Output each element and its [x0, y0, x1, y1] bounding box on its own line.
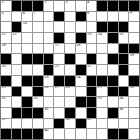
white-cell-r10c9[interactable]	[97, 108, 107, 118]
clue-number-5: 5	[1, 12, 3, 16]
white-cell-r0c0[interactable]: 1	[1, 1, 11, 11]
white-cell-r11c10[interactable]	[108, 119, 118, 129]
white-cell-r0c7[interactable]	[76, 1, 86, 11]
white-cell-r9c11[interactable]: 34	[119, 97, 129, 107]
white-cell-r4c9[interactable]	[97, 44, 107, 54]
white-cell-r11c6[interactable]: 38	[65, 119, 75, 129]
black-cell-r9c7	[76, 97, 86, 107]
black-cell-r6c7	[76, 65, 86, 75]
black-cell-r10c10	[108, 108, 118, 118]
white-cell-r4c0[interactable]: 16	[1, 44, 11, 54]
black-cell-r12c1	[12, 129, 22, 139]
white-cell-r6c1[interactable]	[12, 65, 22, 75]
clue-number-10: 10	[23, 22, 27, 26]
white-cell-r2c4[interactable]	[44, 22, 54, 32]
black-cell-r7c5	[54, 76, 64, 86]
white-cell-r4c8[interactable]	[87, 44, 97, 54]
clue-number-13: 13	[87, 33, 91, 37]
white-cell-r9c9[interactable]: 33	[97, 97, 107, 107]
clue-number-40: 40	[44, 129, 48, 133]
white-cell-r10c5[interactable]	[54, 108, 64, 118]
white-cell-r11c1[interactable]	[12, 119, 22, 129]
black-cell-r5c4	[44, 54, 54, 64]
white-cell-r1c3[interactable]: 7	[33, 12, 43, 22]
white-cell-r2c7[interactable]	[76, 22, 86, 32]
white-cell-r6c5[interactable]: 21	[54, 65, 64, 75]
white-cell-r11c9[interactable]	[97, 119, 107, 129]
black-cell-r8c11	[119, 87, 129, 97]
white-cell-r8c6[interactable]: 28	[65, 87, 75, 97]
white-cell-r4c7[interactable]: 18	[76, 44, 86, 54]
white-cell-r2c5[interactable]	[54, 22, 64, 32]
white-cell-r8c0[interactable]: 25	[1, 87, 11, 97]
clue-number-27: 27	[55, 87, 59, 91]
black-cell-r4c11	[119, 44, 129, 54]
white-cell-r9c3[interactable]: 32	[33, 97, 43, 107]
white-cell-r0c4[interactable]: 2	[44, 1, 54, 11]
white-cell-r8c2[interactable]	[22, 87, 32, 97]
black-cell-r2c11	[119, 22, 129, 32]
white-cell-r5c1[interactable]	[12, 54, 22, 64]
white-cell-r3c2[interactable]	[22, 33, 32, 43]
black-cell-r11c7	[76, 119, 86, 129]
clue-number-1: 1	[1, 1, 3, 5]
black-cell-r0c11	[119, 1, 129, 11]
white-cell-r5c7[interactable]	[76, 54, 86, 64]
white-cell-r5c9[interactable]	[97, 54, 107, 64]
clue-number-25: 25	[1, 87, 5, 91]
black-cell-r9c8	[87, 97, 97, 107]
white-cell-r1c1[interactable]	[12, 12, 22, 22]
white-cell-r9c6[interactable]	[65, 97, 75, 107]
crossword-grid: 1234567891011121314151617181920212223242…	[0, 0, 140, 140]
white-cell-r2c8[interactable]	[87, 22, 97, 32]
clue-number-19: 19	[130, 54, 134, 58]
white-cell-r3c8[interactable]: 13	[87, 33, 97, 43]
clue-number-38: 38	[66, 119, 70, 123]
black-cell-r5c11	[119, 54, 129, 64]
white-cell-r7c4[interactable]: 23	[44, 76, 54, 86]
black-cell-r0c2	[22, 1, 32, 11]
black-cell-r7c10	[108, 76, 118, 86]
black-cell-r12c2	[22, 129, 32, 139]
clue-number-15: 15	[119, 33, 123, 37]
white-cell-r11c4[interactable]	[44, 119, 54, 129]
black-cell-r6c4	[44, 65, 54, 75]
white-cell-r11c2[interactable]	[22, 119, 32, 129]
clue-number-20: 20	[1, 65, 5, 69]
white-cell-r6c2[interactable]	[22, 65, 32, 75]
black-cell-r5c10	[108, 54, 118, 64]
white-cell-r1c12[interactable]: 9	[129, 12, 139, 22]
clue-number-28: 28	[66, 87, 70, 91]
black-cell-r8c8	[87, 87, 97, 97]
black-cell-r0c12	[129, 1, 139, 11]
white-cell-r4c5[interactable]: 17	[54, 44, 64, 54]
black-cell-r2c9	[97, 22, 107, 32]
white-cell-r2c3[interactable]	[33, 22, 43, 32]
white-cell-r10c0[interactable]	[1, 108, 11, 118]
clue-number-35: 35	[44, 108, 48, 112]
black-cell-r7c2	[22, 76, 32, 86]
black-cell-r10c1	[12, 108, 22, 118]
clue-number-39: 39	[87, 119, 91, 123]
clue-number-14: 14	[98, 33, 102, 37]
white-cell-r5c5[interactable]	[54, 54, 64, 64]
black-cell-r7c8	[87, 76, 97, 86]
white-cell-r6c12[interactable]	[129, 65, 139, 75]
white-cell-r0c5[interactable]	[54, 1, 64, 11]
black-cell-r12c11	[119, 129, 129, 139]
clue-number-4: 4	[87, 1, 89, 5]
white-cell-r6c10[interactable]	[108, 65, 118, 75]
clue-number-26: 26	[44, 87, 48, 91]
white-cell-r3c11[interactable]: 15	[119, 33, 129, 43]
white-cell-r6c9[interactable]	[97, 65, 107, 75]
white-cell-r2c0[interactable]	[1, 22, 11, 32]
black-cell-r1c5	[54, 12, 64, 22]
clue-number-31: 31	[1, 97, 5, 101]
clue-number-36: 36	[119, 108, 123, 112]
white-cell-r8c9[interactable]: 29	[97, 87, 107, 97]
black-cell-r12c10	[108, 129, 118, 139]
white-cell-r0c6[interactable]: 3	[65, 1, 75, 11]
clue-number-32: 32	[33, 97, 37, 101]
white-cell-r10c7[interactable]	[76, 108, 86, 118]
clue-number-33: 33	[98, 97, 102, 101]
white-cell-r12c6[interactable]	[65, 129, 75, 139]
clue-number-29: 29	[98, 87, 102, 91]
white-cell-r9c0[interactable]: 31	[1, 97, 11, 107]
black-cell-r7c6	[65, 76, 75, 86]
white-cell-r9c1[interactable]	[12, 97, 22, 107]
white-cell-r7c11[interactable]	[119, 76, 129, 86]
black-cell-r5c2	[22, 54, 32, 64]
black-cell-r10c3	[33, 108, 43, 118]
clue-number-3: 3	[66, 1, 68, 5]
white-cell-r12c4[interactable]: 40	[44, 129, 54, 139]
white-cell-r1c6[interactable]	[65, 12, 75, 22]
white-cell-r8c5[interactable]: 27	[54, 87, 64, 97]
white-cell-r10c11[interactable]: 36	[119, 108, 129, 118]
clue-number-17: 17	[55, 44, 59, 48]
white-cell-r1c0[interactable]: 5	[1, 12, 11, 22]
white-cell-r3c9[interactable]: 14	[97, 33, 107, 43]
white-cell-r4c2[interactable]	[22, 44, 32, 54]
white-cell-r3c6[interactable]	[65, 33, 75, 43]
white-cell-r4c4[interactable]	[44, 44, 54, 54]
white-cell-r2c6[interactable]	[65, 22, 75, 32]
white-cell-r7c7[interactable]: 24	[76, 76, 86, 86]
white-cell-r1c11[interactable]	[119, 12, 129, 22]
clue-number-7: 7	[33, 12, 35, 16]
clue-number-2: 2	[44, 1, 46, 5]
white-cell-r9c5[interactable]	[54, 97, 64, 107]
black-cell-r8c1	[12, 87, 22, 97]
white-cell-r1c9[interactable]	[97, 12, 107, 22]
white-cell-r4c10[interactable]	[108, 44, 118, 54]
black-cell-r3c5	[54, 33, 64, 43]
white-cell-r3c12[interactable]	[129, 33, 139, 43]
black-cell-r1c7	[76, 12, 86, 22]
black-cell-r2c10	[108, 22, 118, 32]
white-cell-r9c4[interactable]	[44, 97, 54, 107]
white-cell-r12c12[interactable]	[129, 129, 139, 139]
black-cell-r5c6	[65, 54, 75, 64]
black-cell-r12c3	[33, 129, 43, 139]
white-cell-r12c7[interactable]	[76, 129, 86, 139]
white-cell-r11c8[interactable]: 39	[87, 119, 97, 129]
white-cell-r6c0[interactable]: 20	[1, 65, 11, 75]
black-cell-r10c8	[87, 108, 97, 118]
white-cell-r11c11[interactable]	[119, 119, 129, 129]
clue-number-21: 21	[55, 65, 59, 69]
white-cell-r4c3[interactable]	[33, 44, 43, 54]
white-cell-r1c10[interactable]	[108, 12, 118, 22]
white-cell-r11c0[interactable]: 37	[1, 119, 11, 129]
black-cell-r9c2	[22, 97, 32, 107]
clue-number-8: 8	[87, 12, 89, 16]
black-cell-r3c7	[76, 33, 86, 43]
black-cell-r7c0	[1, 76, 11, 86]
white-cell-r1c2[interactable]: 6	[22, 12, 32, 22]
clue-number-34: 34	[119, 97, 123, 101]
black-cell-r7c12	[129, 76, 139, 86]
black-cell-r0c3	[33, 1, 43, 11]
white-cell-r10c4[interactable]: 35	[44, 108, 54, 118]
white-cell-r11c12[interactable]	[129, 119, 139, 129]
black-cell-r8c10	[108, 87, 118, 97]
white-cell-r1c8[interactable]: 8	[87, 12, 97, 22]
black-cell-r12c0	[1, 129, 11, 139]
white-cell-r9c10[interactable]	[108, 97, 118, 107]
white-cell-r5c12[interactable]: 19	[129, 54, 139, 64]
black-cell-r2c1	[12, 22, 22, 32]
clue-number-30: 30	[130, 87, 134, 91]
black-cell-r5c8	[87, 54, 97, 64]
white-cell-r10c12[interactable]	[129, 108, 139, 118]
white-cell-r12c8[interactable]	[87, 129, 97, 139]
clue-number-22: 22	[87, 65, 91, 69]
black-cell-r8c3	[33, 87, 43, 97]
white-cell-r11c3[interactable]	[33, 119, 43, 129]
white-cell-r6c6[interactable]	[65, 65, 75, 75]
white-cell-r3c3[interactable]	[33, 33, 43, 43]
white-cell-r3c0[interactable]: 11	[1, 33, 11, 43]
black-cell-r11c5	[54, 119, 64, 129]
black-cell-r10c6	[65, 108, 75, 118]
black-cell-r0c9	[97, 1, 107, 11]
black-cell-r5c0	[1, 54, 11, 64]
clue-number-18: 18	[76, 44, 80, 48]
white-cell-r2c2[interactable]: 10	[22, 22, 32, 32]
black-cell-r6c11	[119, 65, 129, 75]
black-cell-r4c12	[129, 44, 139, 54]
white-cell-r6c8[interactable]: 22	[87, 65, 97, 75]
black-cell-r7c9	[97, 76, 107, 86]
white-cell-r8c12[interactable]: 30	[129, 87, 139, 97]
white-cell-r7c1[interactable]	[12, 76, 22, 86]
white-cell-r8c4[interactable]: 26	[44, 87, 54, 97]
clue-number-24: 24	[76, 76, 80, 80]
black-cell-r7c3	[33, 76, 43, 86]
white-cell-r8c7[interactable]	[76, 87, 86, 97]
black-cell-r5c3	[33, 54, 43, 64]
clue-number-6: 6	[23, 12, 25, 16]
white-cell-r4c1[interactable]	[12, 44, 22, 54]
black-cell-r0c1	[12, 1, 22, 11]
white-cell-r9c12[interactable]	[129, 97, 139, 107]
black-cell-r3c10	[108, 33, 118, 43]
clue-number-12: 12	[12, 33, 16, 37]
white-cell-r3c4[interactable]	[44, 33, 54, 43]
white-cell-r12c5[interactable]	[54, 129, 64, 139]
white-cell-r3c1[interactable]: 12	[12, 33, 22, 43]
white-cell-r1c4[interactable]	[44, 12, 54, 22]
clue-number-16: 16	[1, 44, 5, 48]
clue-number-11: 11	[1, 33, 5, 37]
white-cell-r12c9[interactable]	[97, 129, 107, 139]
black-cell-r0c10	[108, 1, 118, 11]
crossword-page: 1234567891011121314151617181920212223242…	[0, 0, 140, 140]
white-cell-r2c12[interactable]	[129, 22, 139, 32]
clue-number-37: 37	[1, 119, 5, 123]
clue-number-9: 9	[130, 12, 132, 16]
white-cell-r4c6[interactable]	[65, 44, 75, 54]
clue-number-23: 23	[44, 76, 48, 80]
white-cell-r6c3[interactable]	[33, 65, 43, 75]
black-cell-r10c2	[22, 108, 32, 118]
white-cell-r0c8[interactable]: 4	[87, 1, 97, 11]
